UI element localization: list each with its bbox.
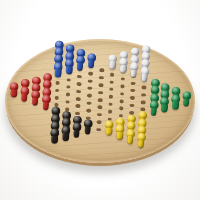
hole[interactable] (97, 106, 102, 110)
hole[interactable] (88, 79, 93, 83)
hole[interactable] (87, 86, 92, 90)
hole[interactable] (142, 86, 147, 90)
hole[interactable] (98, 83, 103, 87)
hole[interactable] (55, 88, 60, 92)
peg-red[interactable] (41, 95, 51, 110)
hole[interactable] (141, 100, 146, 104)
hole[interactable] (141, 93, 146, 97)
hole[interactable] (87, 101, 92, 105)
peg-white[interactable] (119, 58, 129, 73)
peg-black[interactable] (50, 129, 60, 144)
hole[interactable] (109, 88, 114, 92)
peg-black[interactable] (61, 126, 71, 141)
hole[interactable] (119, 99, 124, 103)
peg-blue[interactable] (86, 53, 96, 68)
hole[interactable] (108, 110, 113, 114)
hole[interactable] (55, 81, 60, 85)
hole[interactable] (130, 104, 135, 108)
hole[interactable] (130, 96, 135, 100)
hole[interactable] (66, 85, 71, 89)
peg-blue[interactable] (75, 56, 85, 71)
hole[interactable] (97, 120, 102, 124)
hole[interactable] (86, 109, 91, 113)
hole[interactable] (77, 82, 82, 86)
hole[interactable] (55, 96, 60, 100)
photo-scene (0, 0, 200, 200)
hole[interactable] (66, 93, 71, 97)
hole[interactable] (99, 69, 104, 73)
peg-white[interactable] (129, 62, 139, 77)
peg-red[interactable] (9, 82, 19, 97)
peg-yellow[interactable] (126, 129, 136, 144)
hole[interactable] (131, 81, 136, 85)
hole[interactable] (120, 77, 125, 81)
hole[interactable] (65, 100, 70, 104)
peg-yellow[interactable] (104, 120, 114, 135)
hole[interactable] (120, 84, 125, 88)
peg-blue[interactable] (53, 62, 63, 77)
hole[interactable] (96, 128, 101, 132)
hole[interactable] (131, 89, 136, 93)
hole[interactable] (76, 104, 81, 108)
hole[interactable] (76, 90, 81, 94)
peg-yellow[interactable] (136, 133, 146, 148)
peg-red[interactable] (20, 86, 30, 101)
hole[interactable] (88, 72, 93, 76)
peg-green[interactable] (149, 100, 159, 115)
hole[interactable] (108, 102, 113, 106)
peg-black[interactable] (83, 119, 93, 134)
peg-white[interactable] (140, 67, 150, 82)
peg-black[interactable] (72, 122, 82, 137)
hole[interactable] (119, 107, 124, 111)
peg-white[interactable] (108, 54, 118, 69)
hole[interactable] (76, 97, 81, 101)
hole[interactable] (66, 78, 71, 82)
hole[interactable] (109, 80, 114, 84)
hole[interactable] (97, 113, 102, 117)
hole[interactable] (98, 91, 103, 95)
peg-red[interactable] (30, 91, 40, 106)
hole[interactable] (120, 92, 125, 96)
peg-green[interactable] (171, 94, 181, 109)
peg-green[interactable] (160, 97, 170, 112)
hole[interactable] (77, 75, 82, 79)
peg-green[interactable] (182, 91, 192, 106)
hole[interactable] (87, 94, 92, 98)
hole[interactable] (110, 73, 115, 77)
hole[interactable] (109, 95, 114, 99)
hole[interactable] (98, 98, 103, 102)
peg-yellow[interactable] (115, 125, 125, 140)
hole[interactable] (99, 76, 104, 80)
peg-blue[interactable] (64, 59, 74, 74)
